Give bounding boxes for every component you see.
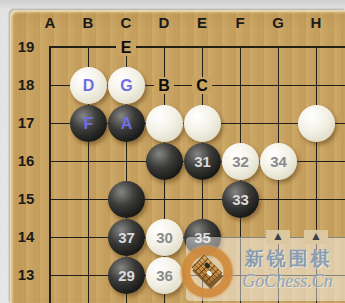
stone-letter-label-G: G: [120, 77, 132, 95]
row-label-18: 18: [11, 76, 41, 94]
column-label-G: G: [266, 14, 290, 32]
column-label-F: F: [228, 14, 252, 32]
stone-white-E17[interactable]: [184, 105, 221, 142]
row-label-15: 15: [11, 190, 41, 208]
column-label-E: E: [190, 14, 214, 32]
point-label-E-C19[interactable]: E: [116, 39, 136, 56]
column-label-D: D: [152, 14, 176, 32]
grid-line-horizontal: [49, 199, 345, 200]
stone-white-H17[interactable]: [298, 105, 335, 142]
stone-black-C13[interactable]: 29: [108, 257, 145, 294]
triangle-mark-H14: ▲: [304, 230, 328, 244]
column-label-A: A: [38, 14, 62, 32]
stone-white-C18[interactable]: G: [108, 67, 145, 104]
grid-line-horizontal: [49, 46, 345, 48]
move-number-36: 36: [156, 267, 173, 284]
logo-white-stone-icon: [206, 270, 213, 277]
stone-white-B18[interactable]: D: [70, 67, 107, 104]
watermark-text-chinese: 新锐围棋: [232, 246, 345, 272]
row-label-17: 17: [11, 114, 41, 132]
stone-black-C14[interactable]: 37: [108, 219, 145, 256]
stone-black-C17[interactable]: A: [108, 105, 145, 142]
stone-black-D16[interactable]: [146, 143, 183, 180]
point-label-B-D18[interactable]: B: [154, 77, 174, 94]
column-label-B: B: [76, 14, 100, 32]
logo-black-stone-icon: [204, 262, 211, 269]
row-label-16: 16: [11, 152, 41, 170]
gochess-logo-icon: [177, 242, 237, 302]
row-label-14: 14: [11, 228, 41, 246]
triangle-mark-G14: ▲: [266, 230, 290, 244]
stone-black-F15[interactable]: 33: [222, 181, 259, 218]
stone-letter-label-D: D: [83, 77, 95, 95]
watermark-text-url: GoChess.Cn: [230, 271, 345, 292]
move-number-30: 30: [156, 229, 173, 246]
move-number-31: 31: [194, 153, 211, 170]
move-number-33: 33: [232, 191, 249, 208]
move-number-32: 32: [232, 153, 249, 170]
move-number-37: 37: [118, 229, 135, 246]
row-label-13: 13: [11, 266, 41, 284]
stone-black-E16[interactable]: 31: [184, 143, 221, 180]
move-number-29: 29: [118, 267, 135, 284]
column-label-C: C: [114, 14, 138, 32]
column-label-H: H: [304, 14, 328, 32]
move-number-34: 34: [270, 153, 287, 170]
go-board[interactable]: 新锐围棋 GoChess.Cn ABCDEFGH19181716151413DG…: [10, 10, 345, 303]
row-label-19: 19: [11, 38, 41, 56]
stone-white-D17[interactable]: [146, 105, 183, 142]
stone-white-F16[interactable]: 32: [222, 143, 259, 180]
stone-black-B17[interactable]: F: [70, 105, 107, 142]
stone-white-G16[interactable]: 34: [260, 143, 297, 180]
go-app-window: 新锐围棋 GoChess.Cn ABCDEFGH19181716151413DG…: [0, 0, 345, 303]
stone-letter-label-A: A: [121, 115, 133, 133]
stone-letter-label-F: F: [84, 115, 94, 133]
point-label-C-E18[interactable]: C: [192, 77, 212, 94]
stone-black-C15[interactable]: [108, 181, 145, 218]
